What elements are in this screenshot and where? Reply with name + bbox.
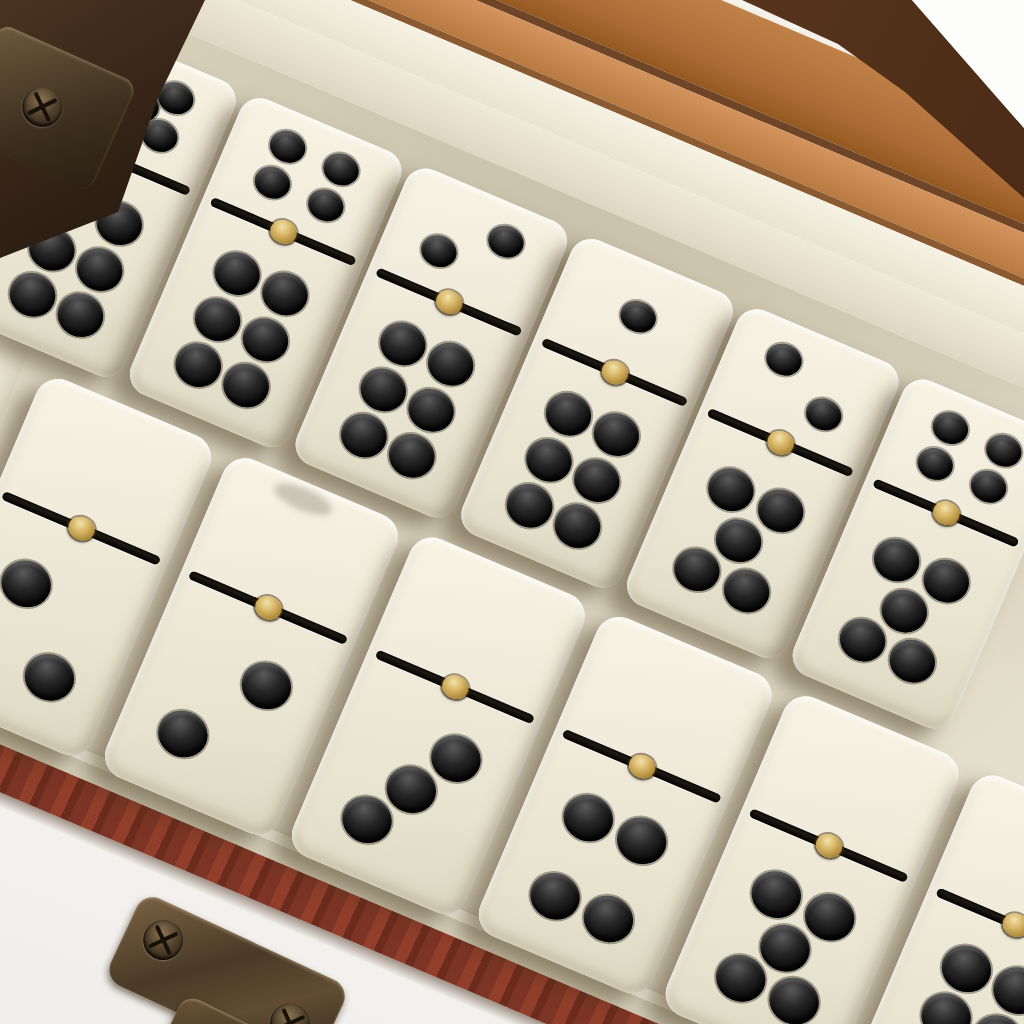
pip	[981, 430, 1024, 473]
pip	[867, 532, 926, 589]
pip	[265, 126, 310, 169]
pip	[17, 647, 81, 709]
pip	[744, 864, 808, 926]
pip	[255, 265, 314, 322]
pip	[875, 582, 934, 639]
pip	[556, 787, 620, 849]
brass-spinner	[812, 830, 846, 862]
pip	[250, 161, 295, 204]
pip	[548, 497, 607, 554]
brass-spinner	[929, 497, 963, 529]
pip	[188, 291, 247, 348]
pip	[208, 245, 267, 302]
pip	[587, 406, 646, 463]
pip	[883, 633, 942, 690]
pip	[717, 562, 776, 619]
pip	[51, 286, 110, 343]
pip	[304, 184, 349, 227]
brass-spinner	[625, 751, 659, 783]
hinge-screw	[16, 80, 69, 133]
brass-spinner	[764, 427, 798, 459]
brass-spinner	[438, 671, 472, 703]
pip	[402, 381, 461, 438]
pip	[484, 220, 529, 263]
dominoes-photo-scene	[0, 0, 1024, 1024]
brass-spinner	[598, 357, 632, 389]
pip	[577, 888, 641, 950]
pip	[801, 393, 846, 436]
pip	[235, 655, 299, 717]
pip	[966, 465, 1011, 508]
pip	[335, 407, 394, 464]
pip	[3, 266, 62, 323]
pip	[762, 970, 826, 1024]
pip	[354, 361, 413, 418]
pip	[374, 315, 433, 372]
brass-spinner	[252, 592, 286, 624]
pip	[751, 482, 810, 539]
pip	[520, 432, 579, 489]
pip	[912, 442, 957, 485]
latch-screw-left	[137, 913, 190, 966]
pip	[523, 865, 587, 927]
pip	[319, 149, 364, 192]
pip	[169, 337, 228, 394]
pip	[382, 427, 441, 484]
pip	[927, 407, 972, 450]
latch-screw-right	[263, 997, 316, 1024]
brass-spinner	[432, 286, 466, 318]
pip	[216, 357, 275, 414]
pip	[500, 477, 559, 534]
pip	[610, 810, 674, 872]
brass-spinner	[267, 216, 301, 248]
pip	[236, 311, 295, 368]
pip	[421, 336, 480, 393]
pip	[917, 553, 976, 610]
pip	[0, 552, 58, 614]
pip	[616, 295, 661, 338]
pip	[986, 959, 1024, 1021]
pip	[539, 386, 598, 443]
pip	[701, 461, 760, 518]
pip	[416, 230, 461, 273]
pip	[567, 452, 626, 509]
pip	[761, 338, 806, 381]
pip	[935, 937, 999, 999]
brass-spinner	[65, 513, 99, 545]
pip	[70, 241, 129, 298]
wooden-case	[0, 0, 1024, 1024]
pip	[709, 512, 768, 569]
pip	[150, 703, 214, 765]
